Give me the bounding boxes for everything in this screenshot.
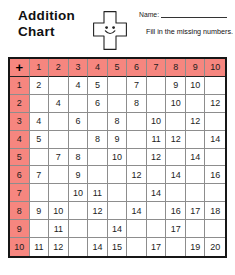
answer-cell-empty[interactable] — [49, 166, 69, 184]
col-header-cell: 10 — [205, 59, 225, 77]
answer-cell-filled: 17 — [147, 238, 167, 256]
answer-cell-filled: 18 — [205, 202, 225, 220]
answer-cell-empty[interactable] — [147, 77, 167, 95]
row-header-cell: 1 — [10, 77, 30, 95]
answer-cell-filled: 15 — [108, 238, 128, 256]
col-header-cell: 7 — [147, 59, 167, 77]
col-header-cell: 4 — [88, 59, 108, 77]
answer-cell-filled: 2 — [30, 77, 50, 95]
col-header-cell: 3 — [69, 59, 89, 77]
answer-cell-empty[interactable] — [49, 131, 69, 149]
answer-cell-filled: 9 — [69, 166, 89, 184]
answer-cell-empty[interactable] — [30, 95, 50, 113]
answer-cell-filled: 16 — [205, 166, 225, 184]
addition-grid: +123456789101245791024681012346810124589… — [8, 57, 227, 258]
answer-cell-filled: 14 — [127, 202, 147, 220]
answer-cell-empty[interactable] — [205, 184, 225, 202]
answer-cell-filled: 4 — [49, 95, 69, 113]
answer-cell-filled: 12 — [88, 202, 108, 220]
answer-cell-empty[interactable] — [69, 220, 89, 238]
answer-cell-filled: 16 — [166, 202, 186, 220]
worksheet-page: Addition Chart Name: Fill in the missing… — [0, 0, 235, 275]
col-header-cell: 5 — [108, 59, 128, 77]
answer-cell-filled: 12 — [186, 113, 206, 131]
answer-cell-filled: 10 — [49, 202, 69, 220]
plus-smiley-icon — [93, 11, 127, 50]
answer-cell-empty[interactable] — [127, 149, 147, 167]
answer-cell-empty[interactable] — [127, 113, 147, 131]
answer-cell-filled: 9 — [166, 77, 186, 95]
answer-cell-empty[interactable] — [108, 77, 128, 95]
answer-cell-empty[interactable] — [30, 184, 50, 202]
answer-cell-filled: 10 — [186, 77, 206, 95]
answer-cell-filled: 12 — [49, 238, 69, 256]
answer-cell-filled: 11 — [88, 184, 108, 202]
name-field: Name: — [139, 10, 227, 18]
answer-cell-filled: 7 — [49, 149, 69, 167]
answer-cell-filled: 8 — [88, 131, 108, 149]
answer-cell-empty[interactable] — [186, 95, 206, 113]
col-header-cell: 9 — [186, 59, 206, 77]
answer-cell-filled: 14 — [205, 131, 225, 149]
answer-cell-empty[interactable] — [108, 166, 128, 184]
answer-cell-empty[interactable] — [186, 131, 206, 149]
row-header-cell: 5 — [10, 149, 30, 167]
answer-cell-filled: 6 — [69, 113, 89, 131]
answer-cell-empty[interactable] — [49, 77, 69, 95]
answer-cell-empty[interactable] — [205, 220, 225, 238]
row-header-cell: 6 — [10, 166, 30, 184]
answer-cell-filled: 5 — [88, 77, 108, 95]
answer-cell-filled: 11 — [147, 131, 167, 149]
col-header-cell: 2 — [49, 59, 69, 77]
answer-cell-empty[interactable] — [166, 184, 186, 202]
answer-cell-filled: 6 — [88, 95, 108, 113]
answer-cell-filled: 4 — [69, 77, 89, 95]
answer-cell-filled: 20 — [205, 238, 225, 256]
answer-cell-filled: 8 — [69, 149, 89, 167]
answer-cell-filled: 14 — [166, 166, 186, 184]
answer-cell-empty[interactable] — [69, 131, 89, 149]
answer-cell-empty[interactable] — [127, 184, 147, 202]
answer-cell-empty[interactable] — [205, 113, 225, 131]
answer-cell-filled: 14 — [88, 238, 108, 256]
answer-cell-filled: 12 — [166, 131, 186, 149]
row-header-cell: 4 — [10, 131, 30, 149]
answer-cell-empty[interactable] — [147, 95, 167, 113]
answer-cell-filled: 10 — [166, 95, 186, 113]
answer-cell-filled: 10 — [147, 113, 167, 131]
answer-cell-empty[interactable] — [108, 184, 128, 202]
answer-cell-empty[interactable] — [88, 166, 108, 184]
answer-cell-empty[interactable] — [166, 149, 186, 167]
answer-cell-empty[interactable] — [108, 95, 128, 113]
answer-cell-empty[interactable] — [88, 149, 108, 167]
row-header-cell: 7 — [10, 184, 30, 202]
answer-cell-filled: 17 — [166, 220, 186, 238]
page-title-line1: Addition — [18, 8, 75, 24]
answer-cell-filled: 11 — [49, 220, 69, 238]
col-header-cell: 1 — [30, 59, 50, 77]
answer-cell-filled: 17 — [186, 202, 206, 220]
name-input-line[interactable] — [161, 10, 227, 18]
instruction-text: Fill in the missing numbers. — [146, 27, 233, 36]
col-header-cell: 8 — [166, 59, 186, 77]
row-header-cell: 10 — [10, 238, 30, 256]
answer-cell-empty[interactable] — [30, 220, 50, 238]
answer-cell-empty[interactable] — [49, 184, 69, 202]
answer-cell-filled: 12 — [127, 166, 147, 184]
page-title: Addition Chart — [18, 8, 75, 40]
answer-cell-filled: 14 — [186, 149, 206, 167]
answer-cell-filled: 14 — [147, 184, 167, 202]
answer-cell-empty[interactable] — [69, 238, 89, 256]
answer-cell-filled: 19 — [186, 238, 206, 256]
answer-cell-filled: 14 — [108, 220, 128, 238]
answer-cell-filled: 10 — [69, 184, 89, 202]
answer-cell-filled: 7 — [127, 77, 147, 95]
answer-cell-empty[interactable] — [147, 220, 167, 238]
page-title-line2: Chart — [18, 24, 75, 40]
answer-cell-empty[interactable] — [69, 202, 89, 220]
answer-cell-empty[interactable] — [186, 220, 206, 238]
answer-cell-empty[interactable] — [88, 220, 108, 238]
answer-cell-empty[interactable] — [127, 131, 147, 149]
answer-cell-filled: 9 — [30, 202, 50, 220]
answer-cell-empty[interactable] — [127, 238, 147, 256]
answer-cell-empty[interactable] — [147, 166, 167, 184]
answer-cell-filled: 5 — [30, 131, 50, 149]
answer-cell-empty[interactable] — [88, 113, 108, 131]
answer-cell-empty[interactable] — [49, 113, 69, 131]
answer-cell-empty[interactable] — [30, 149, 50, 167]
row-header-cell: 3 — [10, 113, 30, 131]
answer-cell-filled: 4 — [30, 113, 50, 131]
name-label: Name: — [139, 11, 159, 18]
answer-cell-filled: 12 — [147, 149, 167, 167]
answer-cell-empty[interactable] — [166, 238, 186, 256]
answer-cell-empty[interactable] — [147, 202, 167, 220]
row-header-cell: 8 — [10, 202, 30, 220]
answer-cell-filled: 11 — [30, 238, 50, 256]
answer-cell-empty[interactable] — [186, 166, 206, 184]
answer-cell-filled: 9 — [108, 131, 128, 149]
answer-cell-filled: 7 — [30, 166, 50, 184]
answer-cell-empty[interactable] — [69, 95, 89, 113]
answer-cell-filled: 8 — [127, 95, 147, 113]
answer-cell-filled: 12 — [205, 95, 225, 113]
row-header-cell: 9 — [10, 220, 30, 238]
row-header-cell: 2 — [10, 95, 30, 113]
answer-cell-empty[interactable] — [205, 77, 225, 95]
answer-cell-empty[interactable] — [186, 184, 206, 202]
answer-cell-empty[interactable] — [166, 113, 186, 131]
answer-cell-filled: 10 — [108, 149, 128, 167]
answer-cell-empty[interactable] — [127, 220, 147, 238]
operator-cell: + — [10, 59, 30, 77]
answer-cell-empty[interactable] — [108, 202, 128, 220]
answer-cell-filled: 8 — [108, 113, 128, 131]
col-header-cell: 6 — [127, 59, 147, 77]
answer-cell-empty[interactable] — [205, 149, 225, 167]
